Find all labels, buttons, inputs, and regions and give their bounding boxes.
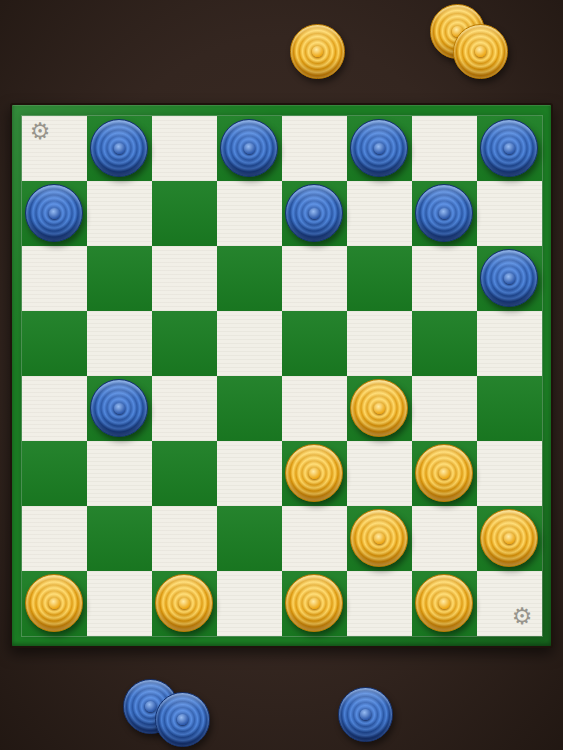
- square-r2c3[interactable]: [217, 246, 282, 311]
- square-r1c7: [477, 181, 542, 246]
- square-r7c0[interactable]: [22, 571, 87, 636]
- square-r3c6[interactable]: [412, 311, 477, 376]
- blue-checker-piece[interactable]: [90, 119, 148, 177]
- yellow-checker-piece[interactable]: [285, 574, 343, 632]
- square-r1c2[interactable]: [152, 181, 217, 246]
- square-r7c2[interactable]: [152, 571, 217, 636]
- square-r0c3[interactable]: [217, 116, 282, 181]
- square-r4c7[interactable]: [477, 376, 542, 441]
- yellow-checker-piece[interactable]: [415, 444, 473, 502]
- square-r6c4: [282, 506, 347, 571]
- square-r5c2[interactable]: [152, 441, 217, 506]
- blue-checker-piece[interactable]: [285, 184, 343, 242]
- captured-yellow-piece: [453, 24, 508, 79]
- captured-blue-piece: [155, 692, 210, 747]
- square-r6c0: [22, 506, 87, 571]
- square-r5c7: [477, 441, 542, 506]
- square-r5c1: [87, 441, 152, 506]
- square-r7c1: [87, 571, 152, 636]
- square-r3c7: [477, 311, 542, 376]
- yellow-checker-piece[interactable]: [350, 379, 408, 437]
- blue-checker-piece[interactable]: [480, 249, 538, 307]
- square-r6c5[interactable]: [347, 506, 412, 571]
- square-r2c0: [22, 246, 87, 311]
- square-r6c6: [412, 506, 477, 571]
- yellow-checker-piece[interactable]: [415, 574, 473, 632]
- square-r3c1: [87, 311, 152, 376]
- settings-gear-icon-top[interactable]: ⚙: [29, 120, 52, 143]
- square-r1c4[interactable]: [282, 181, 347, 246]
- blue-checker-piece[interactable]: [350, 119, 408, 177]
- square-r3c3: [217, 311, 282, 376]
- square-r4c2: [152, 376, 217, 441]
- square-r7c6[interactable]: [412, 571, 477, 636]
- square-r5c5: [347, 441, 412, 506]
- square-r5c3: [217, 441, 282, 506]
- square-r7c5: [347, 571, 412, 636]
- square-r0c2: [152, 116, 217, 181]
- square-r3c5: [347, 311, 412, 376]
- square-r2c6: [412, 246, 477, 311]
- square-r0c6: [412, 116, 477, 181]
- square-r5c0[interactable]: [22, 441, 87, 506]
- blue-checker-piece[interactable]: [480, 119, 538, 177]
- yellow-checker-piece[interactable]: [155, 574, 213, 632]
- square-r4c0: [22, 376, 87, 441]
- square-r0c1[interactable]: [87, 116, 152, 181]
- square-r6c3[interactable]: [217, 506, 282, 571]
- captured-blue-piece: [123, 679, 178, 734]
- square-r0c7[interactable]: [477, 116, 542, 181]
- square-r2c5[interactable]: [347, 246, 412, 311]
- square-r6c2: [152, 506, 217, 571]
- blue-checker-piece[interactable]: [90, 379, 148, 437]
- yellow-checker-piece[interactable]: [25, 574, 83, 632]
- square-r2c7[interactable]: [477, 246, 542, 311]
- square-r0c5[interactable]: [347, 116, 412, 181]
- yellow-checker-piece[interactable]: [350, 509, 408, 567]
- square-r3c4[interactable]: [282, 311, 347, 376]
- captured-yellow-piece: [430, 4, 485, 59]
- board-grid: ⚙ ⚙: [22, 116, 542, 636]
- blue-checker-piece[interactable]: [25, 184, 83, 242]
- square-r4c1[interactable]: [87, 376, 152, 441]
- square-r1c6[interactable]: [412, 181, 477, 246]
- yellow-checker-piece[interactable]: [480, 509, 538, 567]
- square-r0c4: [282, 116, 347, 181]
- square-r1c5: [347, 181, 412, 246]
- square-r7c4[interactable]: [282, 571, 347, 636]
- square-r6c7[interactable]: [477, 506, 542, 571]
- square-r2c2: [152, 246, 217, 311]
- game-background: ⚙ ⚙: [0, 0, 563, 750]
- checkers-board: ⚙ ⚙: [10, 103, 553, 648]
- square-r5c4[interactable]: [282, 441, 347, 506]
- square-r2c4: [282, 246, 347, 311]
- square-r5c6[interactable]: [412, 441, 477, 506]
- square-r7c3: [217, 571, 282, 636]
- square-r3c0[interactable]: [22, 311, 87, 376]
- yellow-checker-piece[interactable]: [285, 444, 343, 502]
- captured-yellow-piece: [290, 24, 345, 79]
- square-r2c1[interactable]: [87, 246, 152, 311]
- blue-checker-piece[interactable]: [220, 119, 278, 177]
- square-r4c5[interactable]: [347, 376, 412, 441]
- square-r1c3: [217, 181, 282, 246]
- square-r6c1[interactable]: [87, 506, 152, 571]
- square-r4c4: [282, 376, 347, 441]
- square-r1c1: [87, 181, 152, 246]
- settings-gear-icon-bottom[interactable]: ⚙: [511, 605, 534, 628]
- square-r3c2[interactable]: [152, 311, 217, 376]
- blue-checker-piece[interactable]: [415, 184, 473, 242]
- captured-blue-piece: [338, 687, 393, 742]
- square-r4c6: [412, 376, 477, 441]
- square-r1c0[interactable]: [22, 181, 87, 246]
- square-r4c3[interactable]: [217, 376, 282, 441]
